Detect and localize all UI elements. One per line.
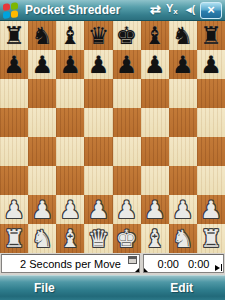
square-h8[interactable]: ♜ <box>197 21 225 50</box>
square-c8[interactable]: ♝ <box>56 21 84 50</box>
square-e6[interactable] <box>113 79 141 108</box>
square-d3[interactable] <box>84 166 112 195</box>
black-queen: ♛ <box>88 24 110 48</box>
black-pawn: ♟ <box>200 53 222 77</box>
close-button[interactable]: × <box>200 2 222 19</box>
square-g2[interactable]: ♟ <box>169 195 197 224</box>
black-pawn: ♟ <box>60 53 82 77</box>
chess-board: ♜♞♝♛♚♝♞♜♟♟♟♟♟♟♟♟♟♟♟♟♟♟♟♟♜♞♝♛♚♝♞♜ <box>0 21 225 253</box>
square-f8[interactable]: ♝ <box>141 21 169 50</box>
square-f1[interactable]: ♝ <box>141 224 169 253</box>
square-h5[interactable] <box>197 108 225 137</box>
white-pawn: ♟ <box>200 198 222 222</box>
clock-corner-grip <box>144 268 148 272</box>
menu-file[interactable]: File <box>34 281 55 295</box>
white-king: ♚ <box>116 227 138 251</box>
square-h2[interactable]: ♟ <box>197 195 225 224</box>
square-d4[interactable] <box>84 137 112 166</box>
square-g1[interactable]: ♞ <box>169 224 197 253</box>
square-a4[interactable] <box>0 137 28 166</box>
square-b6[interactable] <box>28 79 56 108</box>
square-c4[interactable] <box>56 137 84 166</box>
level-corner-grip <box>135 268 139 272</box>
white-rook: ♜ <box>200 227 222 251</box>
square-a7[interactable]: ♟ <box>0 50 28 79</box>
level-window-icon[interactable] <box>128 256 137 264</box>
square-c7[interactable]: ♟ <box>56 50 84 79</box>
white-rook: ♜ <box>3 227 25 251</box>
black-pawn: ♟ <box>144 53 166 77</box>
window-title: Pocket Shredder <box>25 3 146 17</box>
square-a8[interactable]: ♜ <box>0 21 28 50</box>
white-pawn: ♟ <box>172 198 194 222</box>
speaker-volume-icon[interactable]: ◄( <box>182 1 195 19</box>
square-g6[interactable] <box>169 79 197 108</box>
square-b2[interactable]: ♟ <box>28 195 56 224</box>
black-pawn: ♟ <box>116 53 138 77</box>
square-d8[interactable]: ♛ <box>84 21 112 50</box>
square-f5[interactable] <box>141 108 169 137</box>
square-h1[interactable]: ♜ <box>197 224 225 253</box>
square-d5[interactable] <box>84 108 112 137</box>
menu-bar: File Edit <box>0 275 225 300</box>
square-h3[interactable] <box>197 166 225 195</box>
black-rook: ♜ <box>3 24 25 48</box>
square-e2[interactable]: ♟ <box>113 195 141 224</box>
white-pawn: ♟ <box>144 198 166 222</box>
white-pawn: ♟ <box>116 198 138 222</box>
black-pawn: ♟ <box>31 53 53 77</box>
square-g5[interactable] <box>169 108 197 137</box>
white-queen: ♛ <box>88 227 110 251</box>
square-b7[interactable]: ♟ <box>28 50 56 79</box>
square-a2[interactable]: ♟ <box>0 195 28 224</box>
square-d6[interactable] <box>84 79 112 108</box>
black-rook: ♜ <box>200 24 222 48</box>
title-bar: Pocket Shredder ⇄ Yx ◄( × <box>0 0 225 21</box>
no-signal-antenna-icon[interactable]: Yx <box>164 0 180 21</box>
white-knight: ♞ <box>31 227 53 251</box>
square-f4[interactable] <box>141 137 169 166</box>
white-bishop: ♝ <box>60 227 82 251</box>
windows-flag-red-pane <box>3 3 10 11</box>
square-d7[interactable]: ♟ <box>84 50 112 79</box>
square-e5[interactable] <box>113 108 141 137</box>
black-bishop: ♝ <box>144 24 166 48</box>
square-g3[interactable] <box>169 166 197 195</box>
square-c2[interactable]: ♟ <box>56 195 84 224</box>
square-b4[interactable] <box>28 137 56 166</box>
white-pawn: ♟ <box>60 198 82 222</box>
level-text: 2 Seconds per Move <box>20 258 121 270</box>
white-bishop: ♝ <box>144 227 166 251</box>
square-b5[interactable] <box>28 108 56 137</box>
square-g8[interactable]: ♞ <box>169 21 197 50</box>
menu-edit[interactable]: Edit <box>170 281 193 295</box>
windows-start-icon[interactable] <box>3 2 19 20</box>
windows-flag-yellow-pane <box>11 10 18 18</box>
white-pawn: ♟ <box>31 198 53 222</box>
square-f2[interactable]: ♟ <box>141 195 169 224</box>
square-b3[interactable] <box>28 166 56 195</box>
square-c3[interactable] <box>56 166 84 195</box>
black-king: ♚ <box>116 24 138 48</box>
square-e4[interactable] <box>113 137 141 166</box>
white-clock: 0:00 <box>158 258 179 270</box>
windows-flag-green-pane <box>11 2 18 10</box>
connectivity-sync-icon[interactable]: ⇄ <box>148 1 162 19</box>
square-c5[interactable] <box>56 108 84 137</box>
white-pawn: ♟ <box>88 198 110 222</box>
square-d1[interactable]: ♛ <box>84 224 112 253</box>
square-a3[interactable] <box>0 166 28 195</box>
square-b1[interactable]: ♞ <box>28 224 56 253</box>
black-knight: ♞ <box>172 24 194 48</box>
white-pawn: ♟ <box>3 198 25 222</box>
square-a6[interactable] <box>0 79 28 108</box>
windows-flag-blue-pane <box>3 11 10 19</box>
square-d2[interactable]: ♟ <box>84 195 112 224</box>
level-panel[interactable]: 2 Seconds per Move <box>1 254 140 273</box>
square-a5[interactable] <box>0 108 28 137</box>
black-pawn: ♟ <box>3 53 25 77</box>
square-f7[interactable]: ♟ <box>141 50 169 79</box>
square-c6[interactable] <box>56 79 84 108</box>
square-e3[interactable] <box>113 166 141 195</box>
square-h4[interactable] <box>197 137 225 166</box>
square-h6[interactable] <box>197 79 225 108</box>
square-f6[interactable] <box>141 79 169 108</box>
black-pawn: ♟ <box>88 53 110 77</box>
clock-panel[interactable]: 0:00 0:00 <box>143 254 224 273</box>
pocket-pc-screen: Pocket Shredder ⇄ Yx ◄( × ♜♞♝♛♚♝♞♜♟♟♟♟♟♟… <box>0 0 225 300</box>
square-b8[interactable]: ♞ <box>28 21 56 50</box>
square-a1[interactable]: ♜ <box>0 224 28 253</box>
square-h7[interactable]: ♟ <box>197 50 225 79</box>
black-pawn: ♟ <box>172 53 194 77</box>
square-e7[interactable]: ♟ <box>113 50 141 79</box>
white-knight: ♞ <box>172 227 194 251</box>
black-bishop: ♝ <box>60 24 82 48</box>
black-clock: 0:00 <box>188 258 209 270</box>
black-knight: ♞ <box>31 24 53 48</box>
square-g4[interactable] <box>169 137 197 166</box>
square-c1[interactable]: ♝ <box>56 224 84 253</box>
square-f3[interactable] <box>141 166 169 195</box>
clock-expand-arrow-icon[interactable] <box>215 264 222 271</box>
square-g7[interactable]: ♟ <box>169 50 197 79</box>
square-e1[interactable]: ♚ <box>113 224 141 253</box>
status-bar: 2 Seconds per Move 0:00 0:00 <box>0 253 225 275</box>
square-e8[interactable]: ♚ <box>113 21 141 50</box>
